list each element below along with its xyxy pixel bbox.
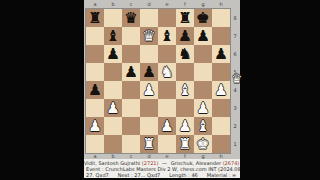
square-f4[interactable]: ♝ — [176, 81, 194, 99]
square-e8[interactable] — [158, 9, 176, 27]
square-g2[interactable]: ♝ — [194, 117, 212, 135]
square-g4[interactable] — [194, 81, 212, 99]
piece-white-bishop[interactable]: ♝ — [176, 81, 194, 99]
square-b8[interactable] — [104, 9, 122, 27]
square-d4[interactable]: ♟ — [140, 81, 158, 99]
square-e1[interactable] — [158, 135, 176, 153]
square-f8[interactable]: ♜ — [176, 9, 194, 27]
square-c1[interactable] — [122, 135, 140, 153]
square-a2[interactable]: ♟ — [86, 117, 104, 135]
square-h3[interactable] — [212, 99, 230, 117]
caption: Vidit, Santosh Gujrathi (2721) — Grischu… — [84, 159, 240, 178]
piece-white-pawn[interactable]: ♟ — [212, 81, 230, 99]
square-f6[interactable]: ♞ — [176, 45, 194, 63]
next-move: Next : 27... Qxd7 — [118, 172, 160, 178]
piece-black-pawn[interactable]: ♟ — [86, 81, 104, 99]
square-a5[interactable] — [86, 63, 104, 81]
coord-label-6: 6 — [231, 45, 239, 63]
coord-label-1: 1 — [231, 135, 239, 153]
square-h4[interactable]: ♟ — [212, 81, 230, 99]
square-d6[interactable] — [140, 45, 158, 63]
coord-label-7: 7 — [231, 27, 239, 45]
white-queen-icon: ♛ — [230, 71, 244, 87]
square-g8[interactable]: ♚ — [194, 9, 212, 27]
board-panel: abcdefgh ♜♛♜♚♝♛♝♟♟♟♞♟♟♟♞♟♟♝♟♟♟♟♟♟♝♜♜♚ ab… — [84, 0, 240, 178]
square-g7[interactable]: ♟ — [194, 27, 212, 45]
piece-white-pawn[interactable]: ♟ — [194, 99, 212, 117]
piece-white-pawn[interactable]: ♟ — [176, 117, 194, 135]
square-c8[interactable]: ♛ — [122, 9, 140, 27]
square-b2[interactable] — [104, 117, 122, 135]
coord-label-3: 3 — [231, 99, 239, 117]
square-c6[interactable] — [122, 45, 140, 63]
piece-black-pawn[interactable]: ♟ — [104, 45, 122, 63]
piece-black-pawn[interactable]: ♟ — [176, 27, 194, 45]
piece-black-queen[interactable]: ♛ — [122, 9, 140, 27]
square-f7[interactable]: ♟ — [176, 27, 194, 45]
coord-label-f: f — [176, 1, 194, 8]
piece-white-pawn[interactable]: ♟ — [104, 99, 122, 117]
coord-label-8: 8 — [231, 9, 239, 27]
square-e2[interactable]: ♟ — [158, 117, 176, 135]
coord-label-b: b — [104, 1, 122, 8]
square-h6[interactable]: ♟ — [212, 45, 230, 63]
piece-white-rook[interactable]: ♜ — [140, 135, 158, 153]
square-c2[interactable] — [122, 117, 140, 135]
coord-label-g: g — [194, 1, 212, 8]
square-f3[interactable] — [176, 99, 194, 117]
square-e5[interactable]: ♞ — [158, 63, 176, 81]
square-b4[interactable] — [104, 81, 122, 99]
piece-black-knight[interactable]: ♞ — [176, 45, 194, 63]
caption-status: 27. Qxd7 Next : 27... Qxd7 Length : 46 M… — [84, 172, 240, 178]
square-d8[interactable] — [140, 9, 158, 27]
square-d3[interactable] — [140, 99, 158, 117]
piece-black-rook[interactable]: ♜ — [176, 9, 194, 27]
square-c3[interactable] — [122, 99, 140, 117]
square-b5[interactable] — [104, 63, 122, 81]
coord-label-c: c — [122, 1, 140, 8]
square-h5[interactable] — [212, 63, 230, 81]
file-labels-top: abcdefgh — [86, 1, 230, 8]
square-h7[interactable] — [212, 27, 230, 45]
chess-board[interactable]: ♜♛♜♚♝♛♝♟♟♟♞♟♟♟♞♟♟♝♟♟♟♟♟♟♝♜♜♚ — [86, 9, 230, 153]
square-e6[interactable] — [158, 45, 176, 63]
square-c7[interactable] — [122, 27, 140, 45]
square-g3[interactable]: ♟ — [194, 99, 212, 117]
piece-white-pawn[interactable]: ♟ — [140, 81, 158, 99]
square-g5[interactable] — [194, 63, 212, 81]
piece-white-rook[interactable]: ♜ — [176, 135, 194, 153]
square-f2[interactable]: ♟ — [176, 117, 194, 135]
square-a6[interactable] — [86, 45, 104, 63]
square-a3[interactable] — [86, 99, 104, 117]
last-move: 27. Qxd7 — [86, 172, 109, 178]
square-d2[interactable] — [140, 117, 158, 135]
square-b3[interactable]: ♟ — [104, 99, 122, 117]
piece-black-rook[interactable]: ♜ — [86, 9, 104, 27]
square-g1[interactable]: ♚ — [194, 135, 212, 153]
piece-black-bishop[interactable]: ♝ — [104, 27, 122, 45]
piece-white-queen[interactable]: ♛ — [140, 27, 158, 45]
square-h2[interactable] — [212, 117, 230, 135]
square-b1[interactable] — [104, 135, 122, 153]
piece-black-pawn[interactable]: ♟ — [212, 45, 230, 63]
square-a7[interactable] — [86, 27, 104, 45]
coord-label-e: e — [158, 1, 176, 8]
square-f5[interactable] — [176, 63, 194, 81]
square-b7[interactable]: ♝ — [104, 27, 122, 45]
square-h8[interactable] — [212, 9, 230, 27]
piece-white-king[interactable]: ♚ — [194, 135, 212, 153]
coord-label-a: a — [86, 1, 104, 8]
piece-black-pawn[interactable]: ♟ — [194, 27, 212, 45]
square-g6[interactable] — [194, 45, 212, 63]
square-d7[interactable]: ♛ — [140, 27, 158, 45]
piece-black-pawn[interactable]: ♟ — [122, 63, 140, 81]
piece-black-pawn[interactable]: ♟ — [140, 63, 158, 81]
piece-white-knight[interactable]: ♞ — [158, 63, 176, 81]
coord-label-2: 2 — [231, 117, 239, 135]
video-frame: abcdefgh ♜♛♜♚♝♛♝♟♟♟♞♟♟♟♞♟♟♝♟♟♟♟♟♟♝♜♜♚ ab… — [0, 0, 320, 180]
material-balance: Material : = — [207, 172, 236, 178]
piece-black-king[interactable]: ♚ — [194, 9, 212, 27]
square-e4[interactable] — [158, 81, 176, 99]
square-e3[interactable] — [158, 99, 176, 117]
game-length: Length : 46 — [169, 172, 197, 178]
square-d5[interactable]: ♟ — [140, 63, 158, 81]
piece-white-bishop[interactable]: ♝ — [194, 117, 212, 135]
piece-white-pawn[interactable]: ♟ — [158, 117, 176, 135]
square-f1[interactable]: ♜ — [176, 135, 194, 153]
square-d1[interactable]: ♜ — [140, 135, 158, 153]
square-a8[interactable]: ♜ — [86, 9, 104, 27]
square-h1[interactable] — [212, 135, 230, 153]
piece-black-bishop[interactable]: ♝ — [158, 27, 176, 45]
coord-label-d: d — [140, 1, 158, 8]
square-a1[interactable] — [86, 135, 104, 153]
square-a4[interactable]: ♟ — [86, 81, 104, 99]
coord-label-h: h — [212, 1, 230, 8]
square-c4[interactable] — [122, 81, 140, 99]
square-b6[interactable]: ♟ — [104, 45, 122, 63]
piece-white-pawn[interactable]: ♟ — [86, 117, 104, 135]
square-e7[interactable]: ♝ — [158, 27, 176, 45]
square-c5[interactable]: ♟ — [122, 63, 140, 81]
